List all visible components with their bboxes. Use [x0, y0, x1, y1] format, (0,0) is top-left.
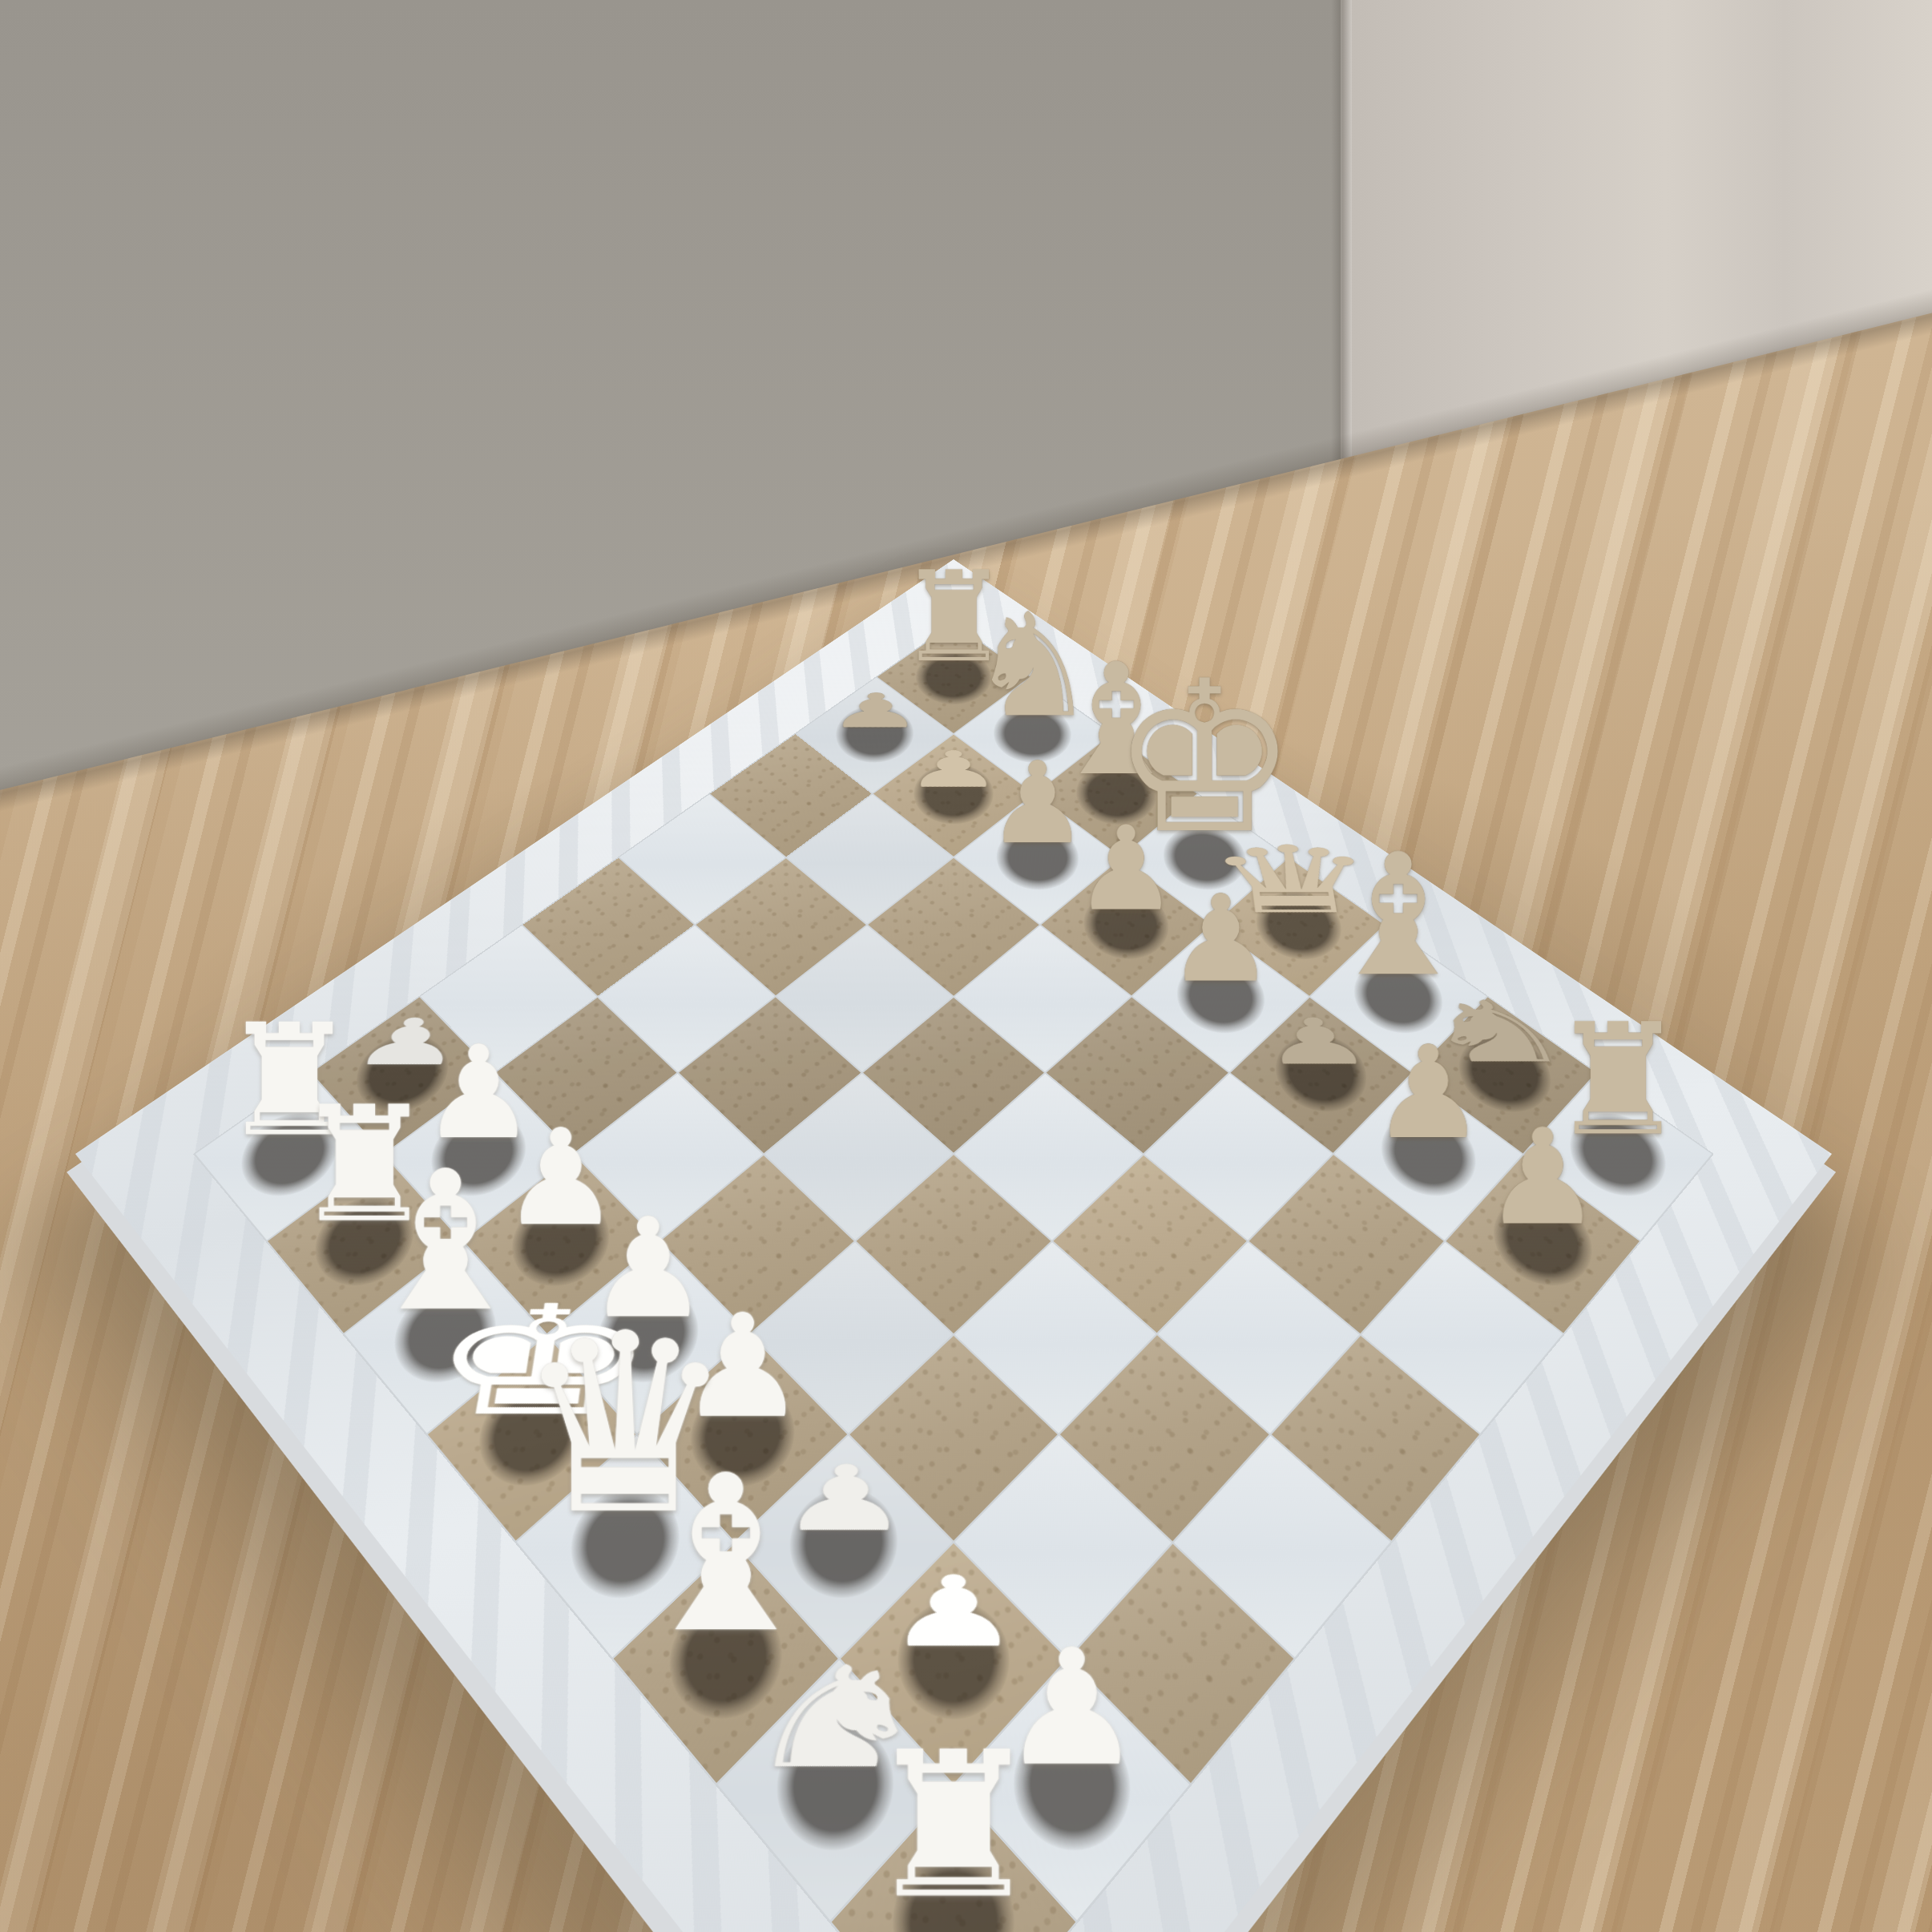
square-b4 — [1060, 1335, 1269, 1540]
chess-board: ♜♞♝♚♛♝♞♜♟♟♟♟♟♟♟♟♟♟♟♟♟♟♟♟♜♜♝♚♛♝♞♜ — [75, 559, 1832, 1932]
photo-of-chess-set: ♜♞♝♚♛♝♞♜♟♟♟♟♟♟♟♟♟♟♟♟♟♟♟♟♜♜♝♚♛♝♞♜ — [0, 0, 1932, 1932]
white-bishop-piece: ♝ — [543, 1454, 909, 1658]
beige-pawn-piece: ♟ — [1385, 1115, 1700, 1240]
board-field: ♜♞♝♚♛♝♞♜♟♟♟♟♟♟♟♟♟♟♟♟♟♟♟♟♜♜♝♚♛♝♞♜ — [193, 623, 1714, 1932]
white-rook-piece: ♜ — [755, 1731, 1152, 1922]
beige-pawn-piece: ♟ — [1078, 882, 1363, 997]
square-a1: ♜ — [831, 1786, 1075, 1932]
board-scene: ♜♞♝♚♛♝♞♜♟♟♟♟♟♟♟♟♟♟♟♟♟♟♟♟♜♜♝♚♛♝♞♜ — [0, 0, 1932, 1932]
